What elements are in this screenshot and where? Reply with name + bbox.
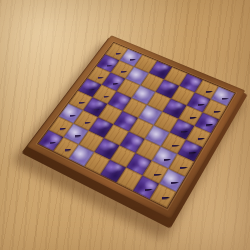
purple-rook-glyph: ♜: [150, 172, 173, 198]
wood-table-background: ♜♟♟♜♞♟♟♞♝♟♟♝♚♟♟♚♛♟♟♛♝♟♟♝♞♟♟♞♜♟♟♜: [0, 0, 250, 250]
board-scene: ♜♟♟♜♞♟♟♞♝♟♟♝♚♟♟♚♛♟♟♛♝♟♟♝♞♟♟♞♜♟♟♜: [0, 0, 250, 250]
square-a8[interactable]: ♜: [150, 184, 176, 208]
board-grid: ♜♟♟♜♞♟♟♞♝♟♟♝♚♟♟♚♛♟♟♛♝♟♟♝♞♟♟♞♜♟♟♜: [38, 43, 234, 208]
chess-board: ♜♟♟♜♞♟♟♞♝♟♟♝♚♟♟♚♛♟♟♛♝♟♟♝♞♟♟♞♜♟♟♜: [27, 35, 245, 219]
camera-roll-wrapper: ♜♟♟♜♞♟♟♞♝♟♟♝♚♟♟♚♛♟♟♛♝♟♟♝♞♟♟♞♜♟♟♜: [0, 0, 250, 250]
white-pawn-glyph: ♟: [56, 130, 74, 150]
